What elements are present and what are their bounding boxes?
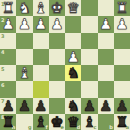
square-a4[interactable] — [114, 49, 130, 65]
square-g7[interactable]: ♟ — [16, 98, 32, 114]
square-g6[interactable] — [16, 81, 32, 97]
white-pawn-a2[interactable]: ♟ — [115, 16, 128, 32]
square-h5[interactable]: 5 — [0, 65, 16, 81]
white-pawn-b2[interactable]: ♟ — [99, 16, 112, 32]
square-c2[interactable] — [81, 16, 97, 32]
square-a2[interactable]: ♟ — [114, 16, 130, 32]
black-king-e8[interactable]: ♚ — [50, 114, 63, 130]
file-label-b: b — [109, 124, 113, 130]
square-c8[interactable]: c♝ — [81, 114, 97, 130]
square-f2[interactable]: ♟ — [33, 16, 49, 32]
square-h3[interactable]: 3 — [0, 33, 16, 49]
square-e2[interactable]: ♟ — [49, 16, 65, 32]
square-f7[interactable]: ♟ — [33, 98, 49, 114]
square-a1[interactable]: ♜ — [114, 0, 130, 16]
square-c4[interactable] — [81, 49, 97, 65]
square-a3[interactable] — [114, 33, 130, 49]
square-g8[interactable]: g — [16, 114, 32, 130]
square-f4[interactable] — [33, 49, 49, 65]
rank-label-5: 5 — [1, 66, 4, 72]
black-pawn-h7[interactable]: ♟ — [2, 98, 15, 114]
square-h4[interactable]: 4 — [0, 49, 16, 65]
white-knight-g1[interactable]: ♞ — [18, 0, 31, 16]
white-pawn-e2[interactable]: ♟ — [50, 16, 63, 32]
square-c3[interactable] — [81, 33, 97, 49]
square-e7[interactable] — [49, 98, 65, 114]
white-pawn-d4[interactable]: ♟ — [67, 49, 80, 65]
black-knight-d7[interactable]: ♞ — [67, 98, 80, 114]
square-f1[interactable]: ♝ — [33, 0, 49, 16]
black-pawn-f7[interactable]: ♟ — [34, 98, 47, 114]
black-pawn-a7[interactable]: ♟ — [115, 98, 128, 114]
square-h1[interactable]: 1♜ — [0, 0, 16, 16]
square-f5[interactable] — [33, 65, 49, 81]
square-c7[interactable]: ♟ — [81, 98, 97, 114]
square-b7[interactable]: ♟ — [98, 98, 114, 114]
square-a8[interactable]: a♜ — [114, 114, 130, 130]
square-a6[interactable] — [114, 81, 130, 97]
square-f6[interactable] — [33, 81, 49, 97]
square-g2[interactable]: ♟ — [16, 16, 32, 32]
white-rook-a1[interactable]: ♜ — [115, 0, 128, 16]
square-e1[interactable]: ♚ — [49, 0, 65, 16]
rank-label-6: 6 — [1, 82, 4, 88]
file-label-g: g — [28, 124, 32, 130]
black-pawn-g7[interactable]: ♟ — [18, 98, 31, 114]
white-king-e1[interactable]: ♚ — [50, 0, 63, 16]
square-d1[interactable]: ♛ — [65, 0, 81, 16]
rank-label-4: 4 — [1, 49, 4, 55]
square-b4[interactable] — [98, 49, 114, 65]
black-pawn-b7[interactable]: ♟ — [99, 98, 112, 114]
white-pawn-h2[interactable]: ♟ — [2, 16, 15, 32]
white-pawn-g2[interactable]: ♟ — [18, 16, 31, 32]
black-bishop-c8[interactable]: ♝ — [83, 114, 96, 130]
square-d8[interactable]: d♛ — [65, 114, 81, 130]
black-pawn-c7[interactable]: ♟ — [83, 98, 96, 114]
square-c6[interactable] — [81, 81, 97, 97]
black-queen-d8[interactable]: ♛ — [67, 114, 80, 130]
square-f8[interactable]: f♝ — [33, 114, 49, 130]
square-b2[interactable]: ♟ — [98, 16, 114, 32]
square-c1[interactable] — [81, 0, 97, 16]
square-b6[interactable] — [98, 81, 114, 97]
square-d4[interactable]: ♟ — [65, 49, 81, 65]
square-e6[interactable] — [49, 81, 65, 97]
square-c5[interactable] — [81, 65, 97, 81]
rank-label-3: 3 — [1, 33, 4, 39]
square-d5[interactable]: ♞ — [65, 65, 81, 81]
square-d3[interactable] — [65, 33, 81, 49]
black-knight-d5[interactable]: ♞ — [67, 65, 80, 81]
square-b5[interactable] — [98, 65, 114, 81]
square-d7[interactable]: ♞ — [65, 98, 81, 114]
square-h7[interactable]: 7♟ — [0, 98, 16, 114]
square-d2[interactable] — [65, 16, 81, 32]
white-bishop-f1[interactable]: ♝ — [34, 0, 47, 16]
black-bishop-f8[interactable]: ♝ — [34, 114, 47, 130]
white-rook-h1[interactable]: ♜ — [2, 0, 15, 16]
square-g4[interactable] — [16, 49, 32, 65]
square-b1[interactable] — [98, 0, 114, 16]
square-e3[interactable] — [49, 33, 65, 49]
chess-board: 1♜♞♝♚♛♜2♟♟♟♟♟♟34♟5♝♞67♟♟♟♞♟♟♟8h♜gf♝e♚d♛c… — [0, 0, 130, 130]
square-h8[interactable]: 8h♜ — [0, 114, 16, 130]
square-f3[interactable] — [33, 33, 49, 49]
square-e8[interactable]: e♚ — [49, 114, 65, 130]
square-b8[interactable]: b — [98, 114, 114, 130]
square-d6[interactable] — [65, 81, 81, 97]
square-h6[interactable]: 6 — [0, 81, 16, 97]
white-bishop-g5[interactable]: ♝ — [18, 65, 31, 81]
white-queen-d1[interactable]: ♛ — [67, 0, 80, 16]
square-a7[interactable]: ♟ — [114, 98, 130, 114]
square-e4[interactable] — [49, 49, 65, 65]
square-h2[interactable]: 2♟ — [0, 16, 16, 32]
square-g3[interactable] — [16, 33, 32, 49]
square-g5[interactable]: ♝ — [16, 65, 32, 81]
square-g1[interactable]: ♞ — [16, 0, 32, 16]
square-b3[interactable] — [98, 33, 114, 49]
white-pawn-f2[interactable]: ♟ — [34, 16, 47, 32]
square-a5[interactable] — [114, 65, 130, 81]
black-rook-h8[interactable]: ♜ — [2, 114, 15, 130]
black-rook-a8[interactable]: ♜ — [115, 114, 128, 130]
square-e5[interactable] — [49, 65, 65, 81]
